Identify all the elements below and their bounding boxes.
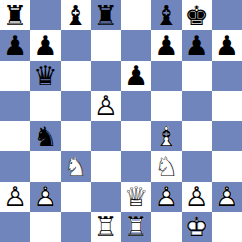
pawn-glyph-outline: ♙ bbox=[30, 182, 60, 212]
piece-black-rook[interactable]: ♜ bbox=[91, 0, 121, 30]
square-c7[interactable] bbox=[61, 30, 91, 60]
piece-black-rook[interactable]: ♜ bbox=[0, 0, 30, 30]
knight-glyph: ♞ bbox=[30, 121, 60, 151]
rook-glyph: ♜ bbox=[91, 0, 121, 30]
pawn-glyph: ♟ bbox=[30, 30, 60, 60]
square-g6[interactable] bbox=[182, 61, 212, 91]
square-b6[interactable]: ♛ bbox=[30, 61, 60, 91]
square-g2[interactable]: ♟♙ bbox=[182, 182, 212, 212]
chess-board: ♜♝♜♝♚♟♟♟♟♟♛♟♟♙♞♝♗♞♘♞♘♟♙♟♙♛♕♟♙♟♙♟♙♜♖♜♖♚♔ bbox=[0, 0, 242, 242]
piece-black-pawn[interactable]: ♟ bbox=[30, 30, 60, 60]
square-h6[interactable] bbox=[212, 61, 242, 91]
piece-white-knight[interactable]: ♞♘ bbox=[151, 151, 181, 181]
square-h1[interactable] bbox=[212, 212, 242, 242]
square-h4[interactable] bbox=[212, 121, 242, 151]
pawn-glyph: ♟ bbox=[0, 30, 30, 60]
square-c1[interactable] bbox=[61, 212, 91, 242]
square-f6[interactable] bbox=[151, 61, 181, 91]
square-b1[interactable] bbox=[30, 212, 60, 242]
queen-glyph-outline: ♕ bbox=[121, 182, 151, 212]
piece-black-pawn[interactable]: ♟ bbox=[151, 30, 181, 60]
square-h2[interactable]: ♟♙ bbox=[212, 182, 242, 212]
square-d3[interactable] bbox=[91, 151, 121, 181]
square-c6[interactable] bbox=[61, 61, 91, 91]
square-a1[interactable] bbox=[0, 212, 30, 242]
square-f7[interactable]: ♟ bbox=[151, 30, 181, 60]
bishop-glyph: ♝ bbox=[151, 0, 181, 30]
square-e6[interactable]: ♟ bbox=[121, 61, 151, 91]
square-f8[interactable]: ♝ bbox=[151, 0, 181, 30]
square-g3[interactable] bbox=[182, 151, 212, 181]
chess-board-container: ♜♝♜♝♚♟♟♟♟♟♛♟♟♙♞♝♗♞♘♞♘♟♙♟♙♛♕♟♙♟♙♟♙♜♖♜♖♚♔ bbox=[0, 0, 242, 242]
piece-white-king[interactable]: ♚♔ bbox=[182, 212, 212, 242]
square-b2[interactable]: ♟♙ bbox=[30, 182, 60, 212]
pawn-glyph: ♟ bbox=[151, 30, 181, 60]
rook-glyph-outline: ♖ bbox=[121, 212, 151, 242]
bishop-glyph-outline: ♗ bbox=[151, 121, 181, 151]
knight-glyph-outline: ♘ bbox=[151, 151, 181, 181]
pawn-glyph-outline: ♙ bbox=[151, 182, 181, 212]
square-h8[interactable] bbox=[212, 0, 242, 30]
square-a5[interactable] bbox=[0, 91, 30, 121]
square-h3[interactable] bbox=[212, 151, 242, 181]
square-c3[interactable]: ♞♘ bbox=[61, 151, 91, 181]
square-d5[interactable]: ♟♙ bbox=[91, 91, 121, 121]
pawn-glyph-outline: ♙ bbox=[91, 91, 121, 121]
square-b3[interactable] bbox=[30, 151, 60, 181]
rook-glyph-outline: ♖ bbox=[91, 212, 121, 242]
pawn-glyph: ♟ bbox=[212, 30, 242, 60]
piece-black-pawn[interactable]: ♟ bbox=[182, 30, 212, 60]
square-d2[interactable] bbox=[91, 182, 121, 212]
square-f3[interactable]: ♞♘ bbox=[151, 151, 181, 181]
square-e8[interactable] bbox=[121, 0, 151, 30]
square-h5[interactable] bbox=[212, 91, 242, 121]
piece-black-bishop[interactable]: ♝ bbox=[151, 0, 181, 30]
square-d1[interactable]: ♜♖ bbox=[91, 212, 121, 242]
piece-white-rook[interactable]: ♜♖ bbox=[91, 212, 121, 242]
square-c2[interactable] bbox=[61, 182, 91, 212]
piece-white-pawn[interactable]: ♟♙ bbox=[91, 91, 121, 121]
piece-black-queen[interactable]: ♛ bbox=[30, 61, 60, 91]
square-b5[interactable] bbox=[30, 91, 60, 121]
piece-black-pawn[interactable]: ♟ bbox=[212, 30, 242, 60]
king-glyph-outline: ♔ bbox=[182, 212, 212, 242]
piece-white-knight[interactable]: ♞♘ bbox=[61, 151, 91, 181]
piece-white-pawn[interactable]: ♟♙ bbox=[0, 182, 30, 212]
rook-glyph: ♜ bbox=[0, 0, 30, 30]
square-f5[interactable] bbox=[151, 91, 181, 121]
square-d6[interactable] bbox=[91, 61, 121, 91]
square-f2[interactable]: ♟♙ bbox=[151, 182, 181, 212]
square-e2[interactable]: ♛♕ bbox=[121, 182, 151, 212]
piece-black-knight[interactable]: ♞ bbox=[30, 121, 60, 151]
square-c5[interactable] bbox=[61, 91, 91, 121]
knight-glyph-outline: ♘ bbox=[61, 151, 91, 181]
square-e7[interactable] bbox=[121, 30, 151, 60]
pawn-glyph-outline: ♙ bbox=[212, 182, 242, 212]
square-d8[interactable]: ♜ bbox=[91, 0, 121, 30]
square-d4[interactable] bbox=[91, 121, 121, 151]
piece-black-pawn[interactable]: ♟ bbox=[121, 61, 151, 91]
king-glyph: ♚ bbox=[182, 0, 212, 30]
piece-white-pawn[interactable]: ♟♙ bbox=[30, 182, 60, 212]
square-b4[interactable]: ♞ bbox=[30, 121, 60, 151]
pawn-glyph: ♟ bbox=[182, 30, 212, 60]
square-a4[interactable] bbox=[0, 121, 30, 151]
piece-white-pawn[interactable]: ♟♙ bbox=[212, 182, 242, 212]
square-c4[interactable] bbox=[61, 121, 91, 151]
square-e1[interactable]: ♜♖ bbox=[121, 212, 151, 242]
square-g7[interactable]: ♟ bbox=[182, 30, 212, 60]
square-f1[interactable] bbox=[151, 212, 181, 242]
pawn-glyph-outline: ♙ bbox=[0, 182, 30, 212]
square-a8[interactable]: ♜ bbox=[0, 0, 30, 30]
square-h7[interactable]: ♟ bbox=[212, 30, 242, 60]
piece-white-pawn[interactable]: ♟♙ bbox=[151, 182, 181, 212]
piece-white-bishop[interactable]: ♝♗ bbox=[151, 121, 181, 151]
square-a3[interactable] bbox=[0, 151, 30, 181]
square-c8[interactable]: ♝ bbox=[61, 0, 91, 30]
square-g1[interactable]: ♚♔ bbox=[182, 212, 212, 242]
square-e3[interactable] bbox=[121, 151, 151, 181]
piece-white-pawn[interactable]: ♟♙ bbox=[182, 182, 212, 212]
square-b8[interactable] bbox=[30, 0, 60, 30]
piece-black-king[interactable]: ♚ bbox=[182, 0, 212, 30]
square-g8[interactable]: ♚ bbox=[182, 0, 212, 30]
square-g5[interactable] bbox=[182, 91, 212, 121]
square-a6[interactable] bbox=[0, 61, 30, 91]
square-e5[interactable] bbox=[121, 91, 151, 121]
square-b7[interactable]: ♟ bbox=[30, 30, 60, 60]
piece-white-rook[interactable]: ♜♖ bbox=[121, 212, 151, 242]
piece-white-queen[interactable]: ♛♕ bbox=[121, 182, 151, 212]
queen-glyph: ♛ bbox=[30, 61, 60, 91]
bishop-glyph: ♝ bbox=[61, 0, 91, 30]
piece-black-bishop[interactable]: ♝ bbox=[61, 0, 91, 30]
square-d7[interactable] bbox=[91, 30, 121, 60]
square-g4[interactable] bbox=[182, 121, 212, 151]
square-a7[interactable]: ♟ bbox=[0, 30, 30, 60]
square-a2[interactable]: ♟♙ bbox=[0, 182, 30, 212]
pawn-glyph: ♟ bbox=[121, 61, 151, 91]
square-f4[interactable]: ♝♗ bbox=[151, 121, 181, 151]
square-e4[interactable] bbox=[121, 121, 151, 151]
pawn-glyph-outline: ♙ bbox=[182, 182, 212, 212]
piece-black-pawn[interactable]: ♟ bbox=[0, 30, 30, 60]
